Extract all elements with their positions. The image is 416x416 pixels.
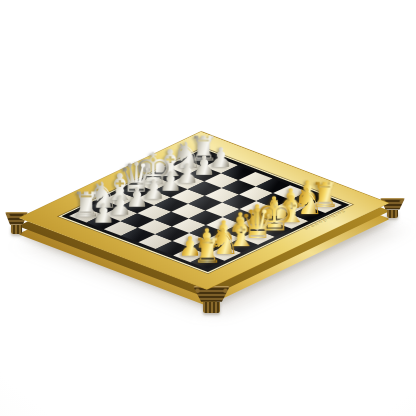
pieces-layer: ♜♞♝♚♛♝♞♜♟♟♟♟♟♟♟♟♟♟♟♟♟♟♟♟♜♞♝♚♛♝♞♜ [20,132,389,290]
chess-set-photo: ♜♞♝♚♛♝♞♜♟♟♟♟♟♟♟♟♟♟♟♟♟♟♟♟♜♞♝♚♛♝♞♜ Manopou… [0,0,416,416]
column-capital-icon [193,286,230,302]
chess-board: ♜♞♝♚♛♝♞♜♟♟♟♟♟♟♟♟♟♟♟♟♟♟♟♟♜♞♝♚♛♝♞♜ Manopou… [18,131,390,290]
piece-silver-pawn-a7[interactable]: ♟ [91,200,115,227]
corner-foot-front [193,286,230,313]
column-flute-icon [11,225,22,234]
column-flute-icon [387,210,399,218]
column-flute-icon [203,302,220,313]
piece-gold-rook-a1[interactable]: ♜ [192,234,222,268]
